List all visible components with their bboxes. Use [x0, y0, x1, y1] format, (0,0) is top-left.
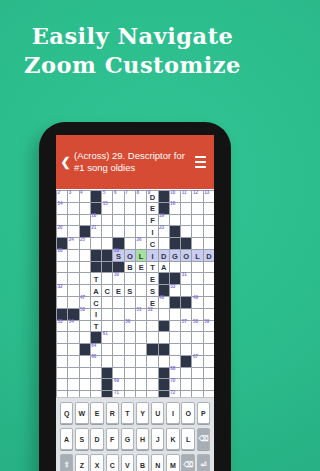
cell-letter: E	[147, 297, 157, 308]
key-D[interactable]: D	[90, 428, 103, 450]
grid-cell[interactable]	[113, 215, 123, 226]
grid-cell[interactable]: L	[136, 250, 146, 261]
grid-cell[interactable]	[192, 332, 202, 343]
grid-cell[interactable]	[204, 356, 214, 367]
grid-cell[interactable]: E	[147, 273, 157, 284]
grid-cell[interactable]	[80, 332, 90, 343]
clue-number: 15	[103, 202, 108, 207]
grid-cell[interactable]	[80, 356, 90, 367]
grid-cell[interactable]	[91, 368, 101, 379]
key-⌫[interactable]: ⌫	[197, 428, 210, 450]
grid-cell[interactable]	[204, 309, 214, 320]
grid-cell[interactable]	[102, 273, 112, 284]
grid-cell[interactable]	[80, 285, 90, 296]
grid-cell[interactable]	[102, 356, 112, 367]
block-cell	[91, 250, 101, 261]
grid-cell[interactable]	[192, 238, 202, 249]
grid-cell[interactable]	[136, 321, 146, 332]
grid-cell[interactable]: 70	[170, 379, 180, 390]
grid-cell[interactable]	[204, 297, 214, 308]
grid-cell[interactable]	[68, 215, 78, 226]
grid-cell[interactable]	[192, 285, 202, 296]
grid-cell[interactable]	[80, 273, 90, 284]
grid-cell[interactable]: 61	[102, 332, 112, 343]
grid-cell[interactable]: D	[159, 250, 169, 261]
grid-cell[interactable]: L	[192, 250, 202, 261]
grid-cell[interactable]: C	[147, 238, 157, 249]
grid-cell[interactable]	[125, 226, 135, 237]
grid-cell[interactable]	[125, 309, 135, 320]
grid-cell[interactable]: 3	[68, 191, 78, 202]
grid-cell[interactable]	[80, 250, 90, 261]
grid-cell[interactable]	[102, 238, 112, 249]
grid-cell[interactable]	[204, 285, 214, 296]
clue-number: 8	[136, 191, 139, 196]
grid-cell[interactable]	[136, 203, 146, 214]
grid-cell[interactable]: T	[91, 321, 101, 332]
block-cell	[68, 309, 78, 320]
key-W[interactable]: W	[75, 402, 88, 424]
block-cell	[170, 297, 180, 308]
grid-cell[interactable]	[170, 215, 180, 226]
grid-cell[interactable]	[192, 262, 202, 273]
grid-cell[interactable]	[125, 238, 135, 249]
grid-cell[interactable]: G	[170, 250, 180, 261]
grid-cell[interactable]	[80, 368, 90, 379]
grid-cell[interactable]: 10	[170, 191, 180, 202]
grid-cell[interactable]	[136, 344, 146, 355]
grid-cell[interactable]	[80, 321, 90, 332]
grid-cell[interactable]	[57, 215, 67, 226]
grid-cell[interactable]: 53	[57, 321, 67, 332]
grid-cell[interactable]: 5	[102, 191, 112, 202]
grid-cell[interactable]: S	[147, 285, 157, 296]
key-I[interactable]: I	[166, 402, 179, 424]
grid-cell[interactable]	[113, 297, 123, 308]
grid-cell[interactable]	[57, 356, 67, 367]
key-U[interactable]: U	[151, 402, 164, 424]
grid-cell[interactable]	[68, 332, 78, 343]
block-cell	[102, 250, 112, 261]
block-cell	[170, 238, 180, 249]
block-cell	[102, 262, 112, 273]
grid-cell[interactable]	[113, 332, 123, 343]
clue-number: 23	[159, 226, 164, 231]
block-cell	[181, 297, 191, 308]
grid-cell[interactable]	[57, 332, 67, 343]
grid-cell[interactable]	[181, 379, 191, 390]
grid-cell[interactable]: C	[102, 285, 112, 296]
grid-cell[interactable]: C	[91, 297, 101, 308]
grid-cell[interactable]: 49	[192, 297, 202, 308]
grid-cell[interactable]	[181, 203, 191, 214]
grid-cell[interactable]: 67	[192, 356, 202, 367]
key-S[interactable]: S	[75, 428, 88, 450]
block-cell	[170, 273, 180, 284]
key-R[interactable]: R	[106, 402, 119, 424]
clue-number: 68	[170, 367, 175, 372]
key-Q[interactable]: Q	[60, 402, 73, 424]
grid-cell[interactable]	[80, 203, 90, 214]
grid-cell[interactable]	[170, 262, 180, 273]
grid-cell[interactable]	[102, 321, 112, 332]
key-B[interactable]: B	[136, 454, 149, 471]
block-cell	[159, 285, 169, 296]
cell-letter: G	[170, 250, 180, 261]
grid-cell[interactable]: 54	[68, 321, 78, 332]
grid-cell[interactable]	[136, 226, 146, 237]
grid-cell[interactable]	[68, 262, 78, 273]
grid-cell[interactable]: 31	[181, 273, 191, 284]
key-T[interactable]: T	[121, 402, 134, 424]
grid-cell[interactable]: 66	[91, 356, 101, 367]
grid-cell[interactable]	[102, 215, 112, 226]
cell-letter: S	[125, 285, 135, 296]
grid-cell[interactable]: 59	[204, 321, 214, 332]
grid-cell[interactable]	[80, 215, 90, 226]
grid-cell[interactable]: 68	[170, 368, 180, 379]
grid-cell[interactable]: E	[113, 285, 123, 296]
block-cell	[181, 238, 191, 249]
grid-cell[interactable]	[192, 215, 202, 226]
grid-cell[interactable]	[136, 273, 146, 284]
grid-cell[interactable]: F	[147, 215, 157, 226]
grid-cell[interactable]: B	[125, 262, 135, 273]
grid-cell[interactable]: E	[147, 203, 157, 214]
grid-cell[interactable]: 52	[147, 309, 157, 320]
grid-cell[interactable]	[181, 262, 191, 273]
grid-cell[interactable]: D	[204, 250, 214, 261]
title-line-1: Easily Navigate	[0, 22, 265, 51]
block-cell	[159, 191, 169, 202]
grid-cell[interactable]: 25	[80, 238, 90, 249]
block-cell	[170, 226, 180, 237]
key-⌫[interactable]: ⌫	[181, 454, 194, 471]
grid-cell[interactable]	[102, 297, 112, 308]
grid-cell[interactable]	[68, 297, 78, 308]
grid-cell[interactable]: A	[91, 285, 101, 296]
grid-cell[interactable]	[192, 379, 202, 390]
grid-cell[interactable]: O	[125, 250, 135, 261]
key-N[interactable]: N	[151, 454, 164, 471]
grid-cell[interactable]: I	[147, 226, 157, 237]
grid-cell[interactable]	[204, 368, 214, 379]
grid-cell[interactable]	[68, 203, 78, 214]
grid-cell[interactable]: E	[147, 297, 157, 308]
key-O[interactable]: O	[181, 402, 194, 424]
grid-cell[interactable]: E	[136, 262, 146, 273]
grid-cell[interactable]: 7	[125, 191, 135, 202]
grid-cell[interactable]: 33	[170, 285, 180, 296]
block-cell	[159, 203, 169, 214]
grid-cell[interactable]	[57, 297, 67, 308]
grid-cell[interactable]	[136, 379, 146, 390]
cell-letter: L	[136, 250, 146, 261]
grid-cell[interactable]: 57	[181, 321, 191, 332]
grid-cell[interactable]	[113, 356, 123, 367]
grid-cell[interactable]	[147, 321, 157, 332]
grid-cell[interactable]	[68, 285, 78, 296]
grid-cell[interactable]: 21	[91, 226, 101, 237]
grid-cell[interactable]	[204, 215, 214, 226]
grid-cell[interactable]: 26	[136, 238, 146, 249]
key-K[interactable]: K	[166, 428, 179, 450]
grid-cell[interactable]	[80, 262, 90, 273]
grid-cell[interactable]: 32	[57, 285, 67, 296]
grid-cell[interactable]: T	[147, 262, 157, 273]
grid-cell[interactable]	[68, 344, 78, 355]
key-J[interactable]: J	[151, 428, 164, 450]
grid-cell[interactable]	[91, 238, 101, 249]
cell-letter: S	[147, 285, 157, 296]
key-Y[interactable]: Y	[136, 402, 149, 424]
key-Z[interactable]: Z	[75, 454, 88, 471]
grid-cell[interactable]	[170, 356, 180, 367]
grid-cell[interactable]	[136, 368, 146, 379]
grid-cell[interactable]	[204, 203, 214, 214]
grid-cell[interactable]: S	[125, 285, 135, 296]
clue-number: 25	[80, 238, 85, 243]
key-X[interactable]: X	[90, 454, 103, 471]
block-cell	[159, 368, 169, 379]
grid-cell[interactable]: 69	[113, 379, 123, 390]
grid-cell[interactable]	[80, 379, 90, 390]
grid-cell[interactable]	[147, 356, 157, 367]
clue-number: 61	[103, 332, 108, 337]
grid-cell[interactable]	[57, 273, 67, 284]
grid-cell[interactable]	[68, 379, 78, 390]
grid-cell[interactable]	[204, 344, 214, 355]
grid-cell[interactable]	[68, 226, 78, 237]
grid-cell[interactable]: 11	[181, 191, 191, 202]
app-header: ❮ (Across) 29. Descriptor for #1 song ol…	[56, 135, 214, 189]
grid-cell[interactable]: 30	[113, 273, 123, 284]
grid-cell[interactable]: 14	[57, 203, 67, 214]
grid-cell[interactable]	[136, 332, 146, 343]
grid-cell[interactable]	[159, 238, 169, 249]
grid-cell[interactable]	[147, 368, 157, 379]
key-F[interactable]: F	[106, 428, 119, 450]
grid-cell[interactable]	[204, 238, 214, 249]
grid-cell[interactable]	[204, 379, 214, 390]
clue-number: 21	[91, 226, 96, 231]
grid-cell[interactable]	[136, 356, 146, 367]
key-G[interactable]: G	[121, 428, 134, 450]
grid-cell[interactable]: 20	[57, 226, 67, 237]
block-cell	[57, 238, 67, 249]
grid-cell[interactable]	[68, 250, 78, 261]
grid-cell[interactable]	[136, 297, 146, 308]
grid-cell[interactable]	[102, 309, 112, 320]
grid-cell[interactable]: 16	[170, 203, 180, 214]
key-C[interactable]: C	[106, 454, 119, 471]
key-V[interactable]: V	[121, 454, 134, 471]
grid-cell[interactable]: 58	[192, 321, 202, 332]
clue-number: 13	[204, 191, 209, 196]
menu-button[interactable]	[195, 154, 206, 170]
grid-cell[interactable]: 2	[57, 191, 67, 202]
grid-cell[interactable]: 24	[68, 238, 78, 249]
grid-cell[interactable]	[170, 332, 180, 343]
grid-cell[interactable]	[102, 226, 112, 237]
grid-cell[interactable]	[113, 203, 123, 214]
grid-cell[interactable]	[192, 344, 202, 355]
clue-number: 71	[114, 391, 119, 396]
key-A[interactable]: A	[60, 428, 73, 450]
grid-cell[interactable]: 12	[192, 191, 202, 202]
grid-cell[interactable]	[181, 332, 191, 343]
clue-number: 33	[170, 285, 175, 290]
crossword-grid[interactable]: 23456789D101112131415E1618F192021I232425…	[56, 190, 214, 402]
grid-cell[interactable]	[192, 368, 202, 379]
block-cell	[102, 379, 112, 390]
grid-cell[interactable]: 28	[57, 250, 67, 261]
cell-letter: B	[125, 262, 135, 273]
grid-cell[interactable]: O	[181, 250, 191, 261]
grid-cell[interactable]: A	[159, 262, 169, 273]
block-cell	[91, 203, 101, 214]
grid-cell[interactable]: 50	[80, 309, 90, 320]
block-cell	[159, 321, 169, 332]
clue-number: 57	[182, 320, 187, 325]
back-button[interactable]: ❮	[59, 155, 72, 169]
key-M[interactable]: M	[166, 454, 179, 471]
grid-cell[interactable]	[125, 332, 135, 343]
cell-letter: D	[147, 191, 157, 202]
grid-cell[interactable]	[192, 226, 202, 237]
grid-cell[interactable]	[57, 379, 67, 390]
cell-letter: E	[136, 262, 146, 273]
grid-cell[interactable]: 9D	[147, 191, 157, 202]
grid-cell[interactable]	[181, 226, 191, 237]
key-H[interactable]: H	[136, 428, 149, 450]
grid-cell[interactable]: I	[147, 250, 157, 261]
grid-cell[interactable]: 18	[91, 215, 101, 226]
key-L[interactable]: L	[181, 428, 194, 450]
grid-cell[interactable]: 6	[113, 191, 123, 202]
hamburger-icon	[195, 156, 206, 158]
grid-cell[interactable]	[125, 379, 135, 390]
grid-cell[interactable]	[192, 203, 202, 214]
grid-cell[interactable]	[159, 332, 169, 343]
block-cell	[80, 226, 90, 237]
grid-cell[interactable]: 51	[136, 309, 146, 320]
grid-cell[interactable]	[170, 321, 180, 332]
clue-number: 56	[125, 320, 130, 325]
grid-cell[interactable]	[181, 309, 191, 320]
grid-cell[interactable]	[68, 273, 78, 284]
grid-cell[interactable]	[147, 379, 157, 390]
grid-cell[interactable]	[102, 344, 112, 355]
grid-cell[interactable]: 29S	[113, 250, 123, 261]
clue-number: 48	[159, 296, 164, 301]
key-E[interactable]: E	[90, 402, 103, 424]
grid-cell[interactable]	[57, 262, 67, 273]
key-P[interactable]: P	[197, 402, 210, 424]
block-cell	[159, 344, 169, 355]
grid-cell[interactable]: 47	[80, 297, 90, 308]
grid-cell[interactable]	[204, 262, 214, 273]
grid-cell[interactable]	[125, 368, 135, 379]
grid-cell[interactable]	[125, 203, 135, 214]
cell-letter: I	[91, 309, 101, 320]
grid-cell[interactable]	[125, 215, 135, 226]
clue-number: 59	[204, 320, 209, 325]
block-cell	[113, 238, 123, 249]
grid-cell[interactable]: 48	[159, 297, 169, 308]
grid-cell[interactable]	[192, 309, 202, 320]
grid-cell[interactable]	[113, 344, 123, 355]
block-cell	[159, 273, 169, 284]
cell-letter: C	[147, 238, 157, 249]
grid-cell[interactable]	[170, 344, 180, 355]
clue-number: 49	[193, 296, 198, 301]
grid-cell[interactable]	[68, 368, 78, 379]
grid-cell[interactable]: 13	[204, 191, 214, 202]
grid-cell[interactable]: 23	[159, 226, 169, 237]
grid-cell[interactable]	[204, 226, 214, 237]
grid-cell[interactable]: 56	[125, 321, 135, 332]
grid-cell[interactable]: 19	[159, 215, 169, 226]
clue-number: 58	[193, 320, 198, 325]
grid-cell[interactable]	[204, 332, 214, 343]
grid-cell[interactable]: 64	[91, 344, 101, 355]
grid-cell[interactable]	[159, 356, 169, 367]
clue-number: 10	[170, 191, 175, 196]
grid-cell[interactable]	[113, 368, 123, 379]
grid-cell[interactable]	[192, 273, 202, 284]
clue-number: 67	[193, 355, 198, 360]
grid-cell[interactable]: 15	[102, 203, 112, 214]
grid-cell[interactable]	[113, 226, 123, 237]
grid-cell[interactable]	[204, 273, 214, 284]
grid-cell[interactable]	[181, 215, 191, 226]
grid-cell[interactable]	[181, 368, 191, 379]
clue-number: 69	[114, 379, 119, 384]
grid-cell[interactable]	[125, 344, 135, 355]
clue-text: (Across) 29. Descriptor for #1 song oldi…	[74, 150, 188, 175]
grid-cell[interactable]: 4	[80, 191, 90, 202]
grid-cell[interactable]	[136, 285, 146, 296]
grid-cell[interactable]	[125, 297, 135, 308]
grid-cell[interactable]	[125, 273, 135, 284]
grid-cell[interactable]	[136, 215, 146, 226]
grid-cell[interactable]	[170, 309, 180, 320]
clue-number: 2	[58, 191, 61, 196]
grid-cell[interactable]	[91, 379, 101, 390]
grid-cell[interactable]	[181, 285, 191, 296]
grid-cell[interactable]	[125, 356, 135, 367]
key-⏎[interactable]: ⏎	[197, 454, 210, 471]
grid-cell[interactable]	[159, 309, 169, 320]
grid-cell[interactable]	[181, 344, 191, 355]
key-⇧[interactable]: ⇧	[60, 454, 73, 471]
clue-number: 72	[170, 391, 175, 396]
grid-cell[interactable]	[113, 321, 123, 332]
clue-number: 5	[103, 191, 106, 196]
grid-cell[interactable]	[147, 332, 157, 343]
grid-cell[interactable]	[57, 368, 67, 379]
cell-letter: E	[113, 285, 123, 296]
grid-cell[interactable]: I	[91, 309, 101, 320]
keyboard[interactable]: QWERTYUIOPASDFGHJKL⌫⇧ZXCVBNM⌫⏎	[56, 397, 214, 471]
grid-cell[interactable]	[113, 309, 123, 320]
grid-cell[interactable]	[68, 356, 78, 367]
grid-cell[interactable]	[57, 344, 67, 355]
grid-cell[interactable]: 8	[136, 191, 146, 202]
grid-cell[interactable]: T	[91, 273, 101, 284]
cell-letter: I	[147, 250, 157, 261]
